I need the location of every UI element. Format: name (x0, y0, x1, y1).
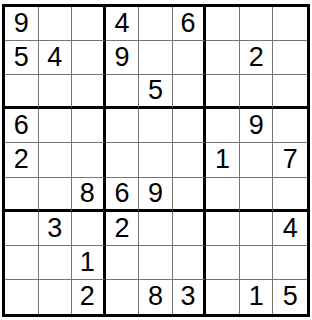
cell-r3c6[interactable] (173, 75, 207, 109)
cell-r5c1[interactable]: 2 (5, 143, 39, 177)
cell-r1c7[interactable] (206, 7, 240, 41)
cell-r8c1[interactable] (5, 246, 39, 280)
cell-r3c7[interactable] (206, 75, 240, 109)
cell-r3c8[interactable] (240, 75, 274, 109)
cell-r2c4[interactable]: 9 (106, 41, 140, 75)
cell-r4c4[interactable] (106, 109, 140, 143)
cell-r6c2[interactable] (39, 178, 73, 212)
cell-r1c2[interactable] (39, 7, 73, 41)
cell-r4c1[interactable]: 6 (5, 109, 39, 143)
cell-r8c3[interactable]: 1 (72, 246, 106, 280)
cell-r2c1[interactable]: 5 (5, 41, 39, 75)
cell-r7c3[interactable] (72, 212, 106, 246)
cell-r1c9[interactable] (273, 7, 307, 41)
cell-r8c2[interactable] (39, 246, 73, 280)
cell-r5c2[interactable] (39, 143, 73, 177)
cell-r6c5[interactable]: 9 (139, 178, 173, 212)
cell-r2c7[interactable] (206, 41, 240, 75)
cell-r4c9[interactable] (273, 109, 307, 143)
cell-r9c8[interactable]: 1 (240, 280, 274, 314)
cell-r5c4[interactable] (106, 143, 140, 177)
cell-r9c7[interactable] (206, 280, 240, 314)
cell-r3c2[interactable] (39, 75, 73, 109)
cell-r6c3[interactable]: 8 (72, 178, 106, 212)
cell-r3c4[interactable] (106, 75, 140, 109)
cell-r7c4[interactable]: 2 (106, 212, 140, 246)
cell-r8c7[interactable] (206, 246, 240, 280)
cell-r7c7[interactable] (206, 212, 240, 246)
cell-r6c6[interactable] (173, 178, 207, 212)
cell-r9c5[interactable]: 8 (139, 280, 173, 314)
cell-r4c7[interactable] (206, 109, 240, 143)
cell-r4c5[interactable] (139, 109, 173, 143)
cell-r7c8[interactable] (240, 212, 274, 246)
cell-r6c1[interactable] (5, 178, 39, 212)
cell-r8c4[interactable] (106, 246, 140, 280)
cell-r5c6[interactable] (173, 143, 207, 177)
cell-r2c8[interactable]: 2 (240, 41, 274, 75)
cell-r5c3[interactable] (72, 143, 106, 177)
cell-r5c8[interactable] (240, 143, 274, 177)
cell-r9c9[interactable]: 5 (273, 280, 307, 314)
cell-r6c7[interactable] (206, 178, 240, 212)
cell-r7c1[interactable] (5, 212, 39, 246)
cell-r5c9[interactable]: 7 (273, 143, 307, 177)
cell-r7c6[interactable] (173, 212, 207, 246)
cell-r9c6[interactable]: 3 (173, 280, 207, 314)
cell-r6c8[interactable] (240, 178, 274, 212)
cell-r1c3[interactable] (72, 7, 106, 41)
cell-r9c2[interactable] (39, 280, 73, 314)
cell-r1c8[interactable] (240, 7, 274, 41)
cell-r3c9[interactable] (273, 75, 307, 109)
cell-r2c2[interactable]: 4 (39, 41, 73, 75)
cell-r1c5[interactable] (139, 7, 173, 41)
cell-r8c8[interactable] (240, 246, 274, 280)
cell-r4c3[interactable] (72, 109, 106, 143)
cell-r3c5[interactable]: 5 (139, 75, 173, 109)
sudoku-page: 9465492569217869324128315 (0, 0, 312, 320)
cell-r4c8[interactable]: 9 (240, 109, 274, 143)
cell-r1c4[interactable]: 4 (106, 7, 140, 41)
cell-r8c5[interactable] (139, 246, 173, 280)
cell-r4c6[interactable] (173, 109, 207, 143)
cell-r7c9[interactable]: 4 (273, 212, 307, 246)
cell-r9c3[interactable]: 2 (72, 280, 106, 314)
cell-r4c2[interactable] (39, 109, 73, 143)
cell-r6c4[interactable]: 6 (106, 178, 140, 212)
cell-r1c1[interactable]: 9 (5, 7, 39, 41)
cell-r3c3[interactable] (72, 75, 106, 109)
cell-r8c9[interactable] (273, 246, 307, 280)
cell-r7c5[interactable] (139, 212, 173, 246)
cell-r9c1[interactable] (5, 280, 39, 314)
cell-r3c1[interactable] (5, 75, 39, 109)
sudoku-board: 9465492569217869324128315 (2, 4, 310, 317)
cell-r5c5[interactable] (139, 143, 173, 177)
cell-r6c9[interactable] (273, 178, 307, 212)
cell-r7c2[interactable]: 3 (39, 212, 73, 246)
cell-r5c7[interactable]: 1 (206, 143, 240, 177)
cell-r2c3[interactable] (72, 41, 106, 75)
cell-r9c4[interactable] (106, 280, 140, 314)
cell-r2c6[interactable] (173, 41, 207, 75)
cell-r8c6[interactable] (173, 246, 207, 280)
cell-r2c5[interactable] (139, 41, 173, 75)
cell-r1c6[interactable]: 6 (173, 7, 207, 41)
cell-r2c9[interactable] (273, 41, 307, 75)
